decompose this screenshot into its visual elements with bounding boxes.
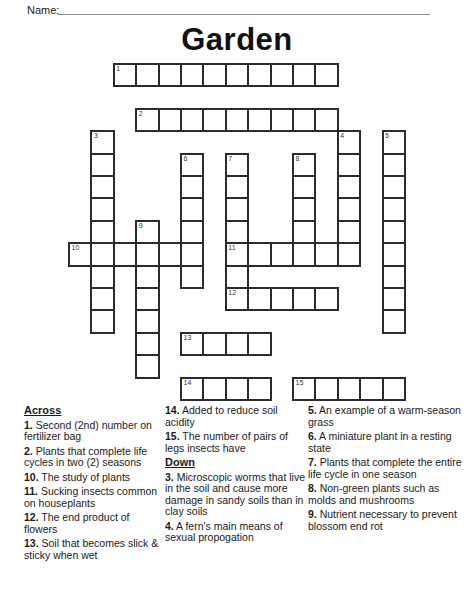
grid-cell-r4c1[interactable] — [90, 153, 114, 177]
cell-number-4: 4 — [340, 132, 344, 140]
grid-cell-r8c4[interactable] — [158, 242, 182, 266]
grid-cell-r10c10[interactable] — [292, 287, 316, 311]
grid-cell-r5c5[interactable] — [180, 175, 204, 199]
cell-number-13: 13 — [184, 334, 192, 342]
grid-cell-r4c10[interactable]: 8 — [292, 153, 316, 177]
name-input-line[interactable] — [58, 14, 430, 15]
grid-cell-r0c2[interactable]: 1 — [113, 63, 137, 87]
grid-cell-r14c11[interactable] — [314, 377, 338, 401]
cell-number-11: 11 — [228, 244, 235, 252]
grid-cell-r10c1[interactable] — [90, 287, 114, 311]
clue-8: 8. Non-green plants such as molds and mu… — [308, 483, 465, 506]
grid-cell-r10c11[interactable] — [314, 287, 338, 311]
down-header: Down — [165, 457, 307, 469]
clue-4: 4. A fern's main means of sexual propoga… — [165, 521, 307, 544]
grid-cell-r5c10[interactable] — [292, 175, 316, 199]
grid-cell-r12c5[interactable]: 13 — [180, 332, 204, 356]
grid-cell-r2c11[interactable] — [314, 108, 338, 132]
cell-number-5: 5 — [385, 132, 389, 140]
grid-cell-r3c12[interactable]: 4 — [337, 130, 361, 154]
clue-7: 7. Plants that complete the entire life … — [308, 457, 465, 480]
grid-cell-r9c14[interactable] — [382, 265, 406, 289]
grid-cell-r8c12[interactable] — [337, 242, 361, 266]
grid-cell-r12c7[interactable] — [225, 332, 249, 356]
grid-cell-r2c4[interactable] — [158, 108, 182, 132]
cell-number-12: 12 — [228, 289, 236, 297]
grid-cell-r11c1[interactable] — [90, 309, 114, 333]
grid-cell-r14c13[interactable] — [359, 377, 383, 401]
grid-cell-r14c8[interactable] — [247, 377, 271, 401]
grid-cell-r8c11[interactable] — [314, 242, 338, 266]
cell-number-9: 9 — [139, 222, 143, 230]
grid-cell-r14c12[interactable] — [337, 377, 361, 401]
grid-cell-r2c9[interactable] — [270, 108, 294, 132]
grid-cell-r6c7[interactable] — [225, 197, 249, 221]
clue-11: 11. Sucking insects common on houseplant… — [24, 486, 165, 509]
grid-cell-r14c14[interactable] — [382, 377, 406, 401]
grid-cell-r7c5[interactable] — [180, 220, 204, 244]
grid-cell-r8c3[interactable] — [135, 242, 159, 266]
grid-cell-r11c3[interactable] — [135, 309, 159, 333]
grid-cell-r0c9[interactable] — [270, 63, 294, 87]
clue-column-1: Across1. Second (2nd) number on fertiliz… — [24, 405, 165, 561]
grid-cell-r10c7[interactable]: 12 — [225, 287, 249, 311]
grid-cell-r12c8[interactable] — [247, 332, 271, 356]
grid-cell-r10c14[interactable] — [382, 287, 406, 311]
grid-cell-r8c5[interactable] — [180, 242, 204, 266]
grid-cell-r5c1[interactable] — [90, 175, 114, 199]
grid-cell-r12c3[interactable] — [135, 332, 159, 356]
grid-cell-r6c1[interactable] — [90, 197, 114, 221]
grid-cell-r6c5[interactable] — [180, 197, 204, 221]
grid-cell-r9c7[interactable] — [225, 265, 249, 289]
grid-cell-r7c1[interactable] — [90, 220, 114, 244]
grid-cell-r7c14[interactable] — [382, 220, 406, 244]
grid-cell-r8c10[interactable] — [292, 242, 316, 266]
grid-cell-r3c1[interactable]: 3 — [90, 130, 114, 154]
grid-cell-r2c7[interactable] — [225, 108, 249, 132]
grid-cell-r0c10[interactable] — [292, 63, 316, 87]
grid-cell-r12c6[interactable] — [202, 332, 226, 356]
grid-cell-r7c3[interactable]: 9 — [135, 220, 159, 244]
grid-cell-r13c3[interactable] — [135, 354, 159, 378]
clue-10: 10. The study of plants — [24, 472, 165, 484]
grid-cell-r8c7[interactable]: 11 — [225, 242, 249, 266]
cell-number-7: 7 — [228, 155, 232, 163]
grid-cell-r2c10[interactable] — [292, 108, 316, 132]
grid-cell-r9c5[interactable] — [180, 265, 204, 289]
cell-number-1: 1 — [116, 65, 120, 73]
grid-cell-r14c5[interactable]: 14 — [180, 377, 204, 401]
name-label: Name: — [27, 4, 59, 16]
grid-cell-r0c4[interactable] — [158, 63, 182, 87]
grid-cell-r8c14[interactable] — [382, 242, 406, 266]
cell-number-10: 10 — [72, 244, 80, 252]
grid-cell-r5c12[interactable] — [337, 175, 361, 199]
grid-cell-r4c7[interactable]: 7 — [225, 153, 249, 177]
clue-6: 6. A miniature plant in a resting state — [308, 431, 465, 454]
across-header: Across — [24, 405, 165, 417]
cell-number-6: 6 — [184, 155, 188, 163]
clue-14: 14. Added to reduce soil acidity — [165, 405, 307, 428]
grid-cell-r5c14[interactable] — [382, 175, 406, 199]
clue-9: 9. Nutrient necessary to prevent blossom… — [308, 509, 465, 532]
grid-cell-r5c7[interactable] — [225, 175, 249, 199]
clue-5: 5. An example of a warm-season grass — [308, 405, 465, 428]
grid-cell-r8c9[interactable] — [270, 242, 294, 266]
grid-cell-r7c12[interactable] — [337, 220, 361, 244]
grid-cell-r8c8[interactable] — [247, 242, 271, 266]
grid-cell-r10c3[interactable] — [135, 287, 159, 311]
grid-cell-r0c7[interactable] — [225, 63, 249, 87]
cell-number-14: 14 — [184, 379, 192, 387]
clue-column-3: 5. An example of a warm-season grass6. A… — [308, 405, 465, 532]
cell-number-8: 8 — [296, 155, 300, 163]
grid-cell-r4c12[interactable] — [337, 153, 361, 177]
grid-cell-r6c12[interactable] — [337, 197, 361, 221]
grid-cell-r8c1[interactable] — [90, 242, 114, 266]
grid-cell-r14c6[interactable] — [202, 377, 226, 401]
grid-cell-r10c8[interactable] — [247, 287, 271, 311]
grid-cell-r8c2[interactable] — [113, 242, 137, 266]
grid-cell-r14c10[interactable]: 15 — [292, 377, 316, 401]
clue-12: 12. The end product of flowers — [24, 512, 165, 535]
grid-cell-r6c14[interactable] — [382, 197, 406, 221]
grid-cell-r0c5[interactable] — [180, 63, 204, 87]
grid-cell-r6c10[interactable] — [292, 197, 316, 221]
grid-cell-r4c14[interactable] — [382, 153, 406, 177]
clue-3: 3. Microscopic worms that live in the so… — [165, 472, 307, 518]
clue-1: 1. Second (2nd) number on fertilizer bag — [24, 420, 165, 443]
cell-number-2: 2 — [139, 110, 143, 118]
cell-number-15: 15 — [296, 379, 304, 387]
grid-cell-r2c8[interactable] — [247, 108, 271, 132]
grid-cell-r0c11[interactable] — [314, 63, 338, 87]
grid-cell-r0c6[interactable] — [202, 63, 226, 87]
grid-cell-r0c8[interactable] — [247, 63, 271, 87]
grid-cell-r11c14[interactable] — [382, 309, 406, 333]
grid-cell-r9c3[interactable] — [135, 265, 159, 289]
grid-cell-r4c5[interactable]: 6 — [180, 153, 204, 177]
clue-2: 2. Plants that complete life cycles in t… — [24, 446, 165, 469]
grid-cell-r9c1[interactable] — [90, 265, 114, 289]
clue-15: 15. The number of pairs of legs insects … — [165, 431, 307, 454]
clue-column-2: 14. Added to reduce soil acidity15. The … — [165, 405, 307, 544]
grid-cell-r3c14[interactable]: 5 — [382, 130, 406, 154]
grid-cell-r2c6[interactable] — [202, 108, 226, 132]
grid-cell-r10c9[interactable] — [270, 287, 294, 311]
grid-cell-r7c7[interactable] — [225, 220, 249, 244]
worksheet-page: Name: Garden 123456789101112131415 Acros… — [0, 0, 474, 613]
grid-cell-r7c10[interactable] — [292, 220, 316, 244]
clue-13: 13. Soil that becomes slick & sticky whe… — [24, 538, 165, 561]
grid-cell-r0c3[interactable] — [135, 63, 159, 87]
grid-cell-r2c3[interactable]: 2 — [135, 108, 159, 132]
grid-cell-r2c5[interactable] — [180, 108, 204, 132]
cell-number-3: 3 — [94, 132, 98, 140]
grid-cell-r8c0[interactable]: 10 — [68, 242, 92, 266]
page-title: Garden — [0, 22, 474, 58]
crossword-grid: 123456789101112131415 — [69, 64, 407, 402]
grid-cell-r14c7[interactable] — [225, 377, 249, 401]
